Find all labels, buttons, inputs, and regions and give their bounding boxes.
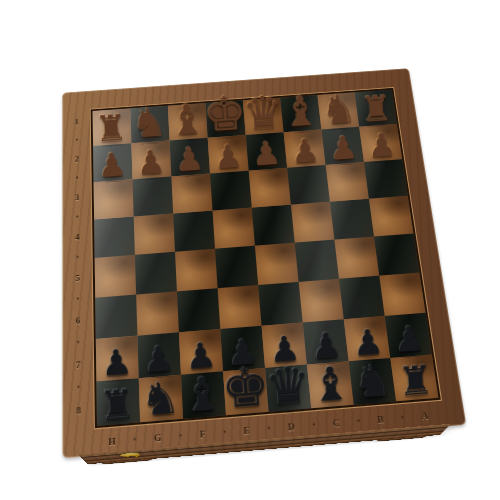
square-b5[interactable] [334, 237, 379, 279]
rim-dot: • [76, 338, 80, 347]
file-label-e: E [243, 424, 250, 436]
board-well: ♜♞♝♚♛♝♞♜♟♟♟♟♟♟♟♟♟♟♟♟♟♟♟♟♜♞♝♚♛♝♞♜ [91, 88, 441, 428]
square-g6[interactable] [136, 291, 179, 335]
square-d1[interactable]: ♛ [243, 98, 284, 135]
rim-dot: • [400, 413, 406, 422]
square-a8[interactable]: ♜ [390, 355, 438, 402]
square-f1[interactable]: ♝ [168, 103, 208, 140]
square-h2[interactable]: ♟ [93, 143, 132, 182]
square-e8[interactable]: ♚ [223, 368, 269, 415]
white-knight[interactable]: ♞ [320, 91, 357, 128]
square-f8[interactable]: ♝ [181, 371, 226, 418]
square-d5[interactable] [255, 243, 299, 285]
rank-label-4: 4 [75, 232, 80, 242]
rank-label-1: 1 [74, 117, 78, 126]
chess-box: 1•2•3•4•5•6•7•8 H•G•F•E•D•C•B•A ♜♞♝♚♛♝♞♜… [62, 68, 466, 458]
rim-dot: • [178, 431, 183, 440]
black-knight[interactable]: ♞ [352, 361, 394, 403]
black-rook[interactable]: ♜ [98, 386, 136, 425]
file-label-g: G [154, 432, 162, 444]
rank-label-7: 7 [76, 359, 81, 370]
square-f6[interactable] [177, 288, 220, 332]
square-h3[interactable] [94, 179, 134, 219]
file-label-a: A [420, 410, 429, 422]
black-bishop[interactable]: ♝ [181, 373, 225, 418]
square-c1[interactable]: ♝ [280, 95, 321, 132]
white-pawn[interactable]: ♟ [252, 139, 282, 170]
black-knight[interactable]: ♞ [139, 378, 181, 421]
square-g4[interactable] [134, 213, 175, 254]
board-lid: 1•2•3•4•5•6•7•8 H•G•F•E•D•C•B•A ♜♞♝♚♛♝♞♜… [62, 68, 466, 458]
square-h6[interactable] [95, 295, 137, 339]
square-g8[interactable]: ♞ [139, 375, 183, 422]
black-bishop[interactable]: ♝ [309, 362, 353, 406]
square-f2[interactable]: ♟ [170, 138, 210, 177]
square-c8[interactable]: ♝ [307, 361, 354, 408]
square-c2[interactable]: ♟ [284, 129, 326, 167]
square-e4[interactable] [212, 208, 254, 249]
square-b1[interactable]: ♞ [317, 92, 359, 129]
white-bishop[interactable]: ♝ [168, 100, 207, 139]
chess-board[interactable]: ♜♞♝♚♛♝♞♜♟♟♟♟♟♟♟♟♟♟♟♟♟♟♟♟♜♞♝♚♛♝♞♜ [93, 90, 439, 426]
white-pawn[interactable]: ♟ [290, 136, 320, 167]
square-e5[interactable] [215, 246, 258, 289]
black-rook[interactable]: ♜ [397, 362, 434, 400]
box-foot-left [102, 459, 152, 465]
square-h4[interactable] [94, 216, 135, 257]
square-f5[interactable] [175, 249, 218, 292]
white-queen[interactable]: ♛ [242, 91, 285, 134]
square-d2[interactable]: ♟ [246, 132, 287, 170]
square-e6[interactable] [218, 285, 262, 329]
file-label-b: B [377, 414, 385, 426]
white-pawn[interactable]: ♟ [136, 147, 167, 178]
square-g1[interactable]: ♞ [130, 106, 169, 144]
square-a4[interactable] [369, 196, 414, 237]
square-h7[interactable]: ♟ [96, 336, 139, 382]
square-d3[interactable] [249, 168, 291, 208]
rim-dot: • [133, 435, 138, 444]
square-f4[interactable] [173, 210, 215, 251]
square-g3[interactable] [133, 176, 174, 216]
square-b6[interactable] [339, 276, 385, 320]
white-rook[interactable]: ♜ [94, 111, 128, 145]
square-b2[interactable]: ♟ [321, 127, 364, 165]
square-g5[interactable] [135, 252, 177, 295]
file-label-c: C [332, 417, 340, 429]
box-foot-right [377, 436, 427, 442]
square-h8[interactable]: ♜ [96, 378, 140, 426]
file-label-f: F [199, 428, 206, 440]
black-queen[interactable]: ♛ [264, 362, 312, 411]
square-h1[interactable]: ♜ [93, 108, 132, 146]
rim-dot: • [266, 424, 271, 433]
square-h5[interactable] [95, 255, 136, 298]
rim-dot: • [75, 213, 79, 221]
square-f3[interactable] [171, 174, 212, 214]
square-b4[interactable] [330, 199, 374, 240]
rank-label-8: 8 [76, 405, 81, 416]
white-pawn[interactable]: ♟ [97, 150, 128, 181]
square-b3[interactable] [326, 162, 369, 202]
rank-label-6: 6 [76, 315, 81, 326]
square-a1[interactable]: ♜ [355, 90, 397, 127]
square-b8[interactable]: ♞ [349, 358, 396, 405]
rim-dot: • [76, 295, 80, 303]
white-bishop[interactable]: ♝ [282, 92, 321, 131]
rank-labels: 1•2•3•4•5•6•7•8 [70, 110, 86, 426]
rim-dot: • [76, 383, 80, 392]
rim-dot: • [75, 137, 79, 144]
square-a2[interactable]: ♟ [359, 124, 402, 162]
rank-label-3: 3 [75, 192, 79, 202]
white-pawn[interactable]: ♟ [213, 142, 244, 173]
square-e1[interactable]: ♚ [205, 100, 245, 137]
file-label-d: D [287, 421, 295, 433]
square-c5[interactable] [295, 240, 339, 282]
square-e2[interactable]: ♟ [208, 135, 249, 174]
rank-label-5: 5 [75, 273, 80, 283]
square-d4[interactable] [252, 205, 295, 246]
square-g2[interactable]: ♟ [131, 140, 171, 179]
rim-dot: • [356, 417, 361, 426]
square-a7[interactable]: ♟ [385, 313, 432, 358]
black-pawn[interactable]: ♟ [393, 323, 426, 356]
square-a5[interactable] [374, 234, 419, 276]
square-c4[interactable] [291, 202, 335, 243]
square-c6[interactable] [299, 279, 344, 323]
rim-dot: • [222, 428, 227, 437]
product-photo-scene: 1•2•3•4•5•6•7•8 H•G•F•E•D•C•B•A ♜♞♝♚♛♝♞♜… [0, 0, 500, 500]
rim-dot: • [75, 253, 79, 261]
square-d6[interactable] [258, 282, 303, 326]
white-pawn[interactable]: ♟ [328, 133, 358, 164]
black-pawn[interactable]: ♟ [100, 346, 133, 380]
rim-dot: • [311, 420, 316, 429]
square-a3[interactable] [364, 159, 408, 198]
white-rook[interactable]: ♜ [360, 92, 393, 126]
white-knight[interactable]: ♞ [131, 105, 169, 143]
black-king[interactable]: ♚ [220, 362, 271, 414]
square-a6[interactable] [379, 273, 425, 317]
rim-dot: • [75, 174, 79, 182]
rank-label-2: 2 [75, 154, 79, 163]
square-d8[interactable]: ♛ [265, 365, 311, 412]
white-pawn[interactable]: ♟ [367, 130, 397, 161]
file-label-h: H [108, 436, 116, 448]
square-e3[interactable] [210, 171, 252, 211]
square-c3[interactable] [287, 165, 330, 205]
white-pawn[interactable]: ♟ [174, 144, 205, 175]
